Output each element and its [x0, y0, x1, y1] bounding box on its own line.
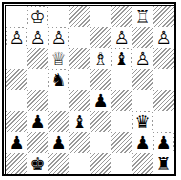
black-pawn-icon: ♟ — [7, 133, 25, 153]
white-pawn-icon: ♙ — [112, 28, 130, 48]
square-e6[interactable]: ♝ — [69, 111, 90, 132]
square-c3[interactable]: ♝ — [111, 48, 132, 69]
white-rook-icon: ♖ — [133, 7, 151, 27]
square-d1[interactable] — [90, 6, 111, 27]
square-c4[interactable] — [111, 69, 132, 90]
square-h3[interactable] — [6, 48, 27, 69]
chess-board: ♔♖♙♙♙♙♙♕♗♝♙♞♟♟♝♛♟♟♟♟♚♜ — [6, 6, 174, 174]
square-c8[interactable] — [111, 153, 132, 174]
square-c6[interactable] — [111, 111, 132, 132]
square-h5[interactable] — [6, 90, 27, 111]
square-a1[interactable] — [153, 6, 174, 27]
square-b1[interactable]: ♖ — [132, 6, 153, 27]
square-d5[interactable]: ♟ — [90, 90, 111, 111]
square-g4[interactable] — [27, 69, 48, 90]
square-a7[interactable]: ♟ — [153, 132, 174, 153]
square-g1[interactable]: ♔ — [27, 6, 48, 27]
square-a6[interactable] — [153, 111, 174, 132]
square-b4[interactable] — [132, 69, 153, 90]
square-e8[interactable] — [69, 153, 90, 174]
square-g3[interactable] — [27, 48, 48, 69]
square-e4[interactable] — [69, 69, 90, 90]
square-g7[interactable] — [27, 132, 48, 153]
square-a5[interactable] — [153, 90, 174, 111]
square-h4[interactable] — [6, 69, 27, 90]
white-pawn-icon: ♙ — [49, 28, 67, 48]
square-b8[interactable] — [132, 153, 153, 174]
square-a2[interactable]: ♙ — [153, 27, 174, 48]
black-pawn-icon: ♟ — [49, 133, 67, 153]
square-h2[interactable]: ♙ — [6, 27, 27, 48]
square-h7[interactable]: ♟ — [6, 132, 27, 153]
square-d4[interactable] — [90, 69, 111, 90]
square-e5[interactable] — [69, 90, 90, 111]
square-f8[interactable] — [48, 153, 69, 174]
square-d7[interactable] — [90, 132, 111, 153]
square-f4[interactable]: ♞ — [48, 69, 69, 90]
square-h1[interactable] — [6, 6, 27, 27]
black-bishop-icon: ♝ — [70, 112, 88, 132]
square-b3[interactable]: ♙ — [132, 48, 153, 69]
white-queen-icon: ♕ — [49, 49, 67, 69]
square-g6[interactable]: ♟ — [27, 111, 48, 132]
square-a8[interactable]: ♜ — [153, 153, 174, 174]
black-pawn-icon: ♟ — [154, 133, 172, 153]
square-e2[interactable] — [69, 27, 90, 48]
white-king-icon: ♔ — [28, 7, 46, 27]
square-a3[interactable] — [153, 48, 174, 69]
square-e3[interactable] — [69, 48, 90, 69]
square-f5[interactable] — [48, 90, 69, 111]
square-f1[interactable] — [48, 6, 69, 27]
white-pawn-icon: ♙ — [7, 28, 25, 48]
square-b5[interactable] — [132, 90, 153, 111]
square-g8[interactable]: ♚ — [27, 153, 48, 174]
white-bishop-icon: ♗ — [91, 49, 109, 69]
square-f7[interactable]: ♟ — [48, 132, 69, 153]
square-c2[interactable]: ♙ — [111, 27, 132, 48]
square-g2[interactable]: ♙ — [27, 27, 48, 48]
board-frame: ♔♖♙♙♙♙♙♕♗♝♙♞♟♟♝♛♟♟♟♟♚♜ — [2, 2, 176, 176]
square-e1[interactable] — [69, 6, 90, 27]
square-e7[interactable] — [69, 132, 90, 153]
square-b2[interactable] — [132, 27, 153, 48]
square-c7[interactable] — [111, 132, 132, 153]
square-f2[interactable]: ♙ — [48, 27, 69, 48]
square-h6[interactable] — [6, 111, 27, 132]
square-h8[interactable] — [6, 153, 27, 174]
black-queen-icon: ♛ — [133, 112, 151, 132]
square-d2[interactable] — [90, 27, 111, 48]
square-b7[interactable]: ♟ — [132, 132, 153, 153]
black-pawn-icon: ♟ — [91, 91, 109, 111]
square-c5[interactable] — [111, 90, 132, 111]
white-pawn-icon: ♙ — [154, 28, 172, 48]
black-pawn-icon: ♟ — [28, 112, 46, 132]
square-a4[interactable] — [153, 69, 174, 90]
square-d6[interactable] — [90, 111, 111, 132]
white-pawn-icon: ♙ — [133, 49, 151, 69]
square-f3[interactable]: ♕ — [48, 48, 69, 69]
black-knight-icon: ♞ — [49, 70, 67, 90]
black-bishop-icon: ♝ — [112, 49, 130, 69]
square-c1[interactable] — [111, 6, 132, 27]
black-pawn-icon: ♟ — [133, 133, 151, 153]
square-g5[interactable] — [27, 90, 48, 111]
board-frame-inner: ♔♖♙♙♙♙♙♕♗♝♙♞♟♟♝♛♟♟♟♟♚♜ — [5, 5, 175, 175]
black-king-icon: ♚ — [28, 154, 46, 174]
square-d8[interactable] — [90, 153, 111, 174]
chess-diagram: ♔♖♙♙♙♙♙♕♗♝♙♞♟♟♝♛♟♟♟♟♚♜ — [0, 0, 181, 180]
square-f6[interactable] — [48, 111, 69, 132]
square-d3[interactable]: ♗ — [90, 48, 111, 69]
white-pawn-icon: ♙ — [28, 28, 46, 48]
square-b6[interactable]: ♛ — [132, 111, 153, 132]
black-rook-icon: ♜ — [154, 154, 172, 174]
